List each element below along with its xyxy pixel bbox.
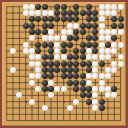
white-stone [54,42,60,48]
white-stone [23,48,29,54]
black-stone [42,54,48,60]
white-stone [111,48,117,54]
black-stone [67,73,73,79]
white-stone [48,10,54,16]
white-stone [118,42,124,48]
white-stone [29,48,35,54]
black-stone [54,16,60,22]
white-stone [48,29,54,35]
white-stone [61,54,67,60]
black-stone [48,61,54,67]
black-stone [67,67,73,73]
white-stone [92,99,98,105]
black-stone [48,54,54,60]
white-stone [54,48,60,54]
white-stone [35,86,41,92]
black-stone [48,16,54,22]
black-stone [80,54,86,60]
black-stone [86,23,92,29]
black-stone [48,67,54,73]
black-stone [111,23,117,29]
white-stone [61,29,67,35]
white-stone [99,23,105,29]
white-stone [86,73,92,79]
black-stone [73,61,79,67]
white-stone [10,67,16,73]
black-stone [35,4,41,10]
black-stone [111,35,117,41]
black-stone [42,73,48,79]
white-stone [92,92,98,98]
hoshi-point [63,25,65,27]
black-stone [42,29,48,35]
black-stone [42,16,48,22]
black-stone [35,48,41,54]
black-stone [73,54,79,60]
black-stone [92,42,98,48]
black-stone [61,61,67,67]
white-stone [118,54,124,60]
black-stone [86,35,92,41]
black-stone [92,35,98,41]
board-surface [2,2,126,126]
white-stone [92,86,98,92]
white-stone [29,73,35,79]
black-stone [48,48,54,54]
black-stone [92,23,98,29]
black-stone [61,73,67,79]
black-stone [105,42,111,48]
white-stone [23,4,29,10]
white-stone [35,73,41,79]
black-stone [92,29,98,35]
black-stone [86,42,92,48]
black-stone [99,105,105,111]
white-stone [92,105,98,111]
black-stone [80,48,86,54]
white-stone [105,10,111,16]
black-stone [67,35,73,41]
black-stone [54,61,60,67]
white-stone [99,4,105,10]
black-stone [61,48,67,54]
black-stone [86,10,92,16]
white-stone [48,35,54,41]
white-stone [54,35,60,41]
black-stone [80,80,86,86]
white-stone [10,48,16,54]
black-stone [99,99,105,105]
black-stone [48,86,54,92]
black-stone [73,48,79,54]
white-stone [61,35,67,41]
hoshi-point [25,101,27,103]
white-stone [29,61,35,67]
black-stone [61,4,67,10]
white-stone [35,67,41,73]
white-stone [99,86,105,92]
black-stone [73,86,79,92]
go-board[interactable] [0,0,128,128]
black-stone [61,10,67,16]
black-stone [48,23,54,29]
black-stone [118,16,124,22]
white-stone [99,16,105,22]
white-stone [54,86,60,92]
black-stone [80,61,86,67]
hoshi-point [25,63,27,65]
white-stone [86,48,92,54]
black-stone [73,80,79,86]
black-stone [86,92,92,98]
white-stone [99,29,105,35]
white-stone [111,4,117,10]
white-stone [105,73,111,79]
white-stone [29,80,35,86]
black-stone [73,16,79,22]
white-stone [99,42,105,48]
black-stone [73,73,79,79]
white-stone [29,10,35,16]
white-stone [111,61,117,67]
black-stone [86,4,92,10]
white-stone [105,29,111,35]
white-stone [29,35,35,41]
black-stone [42,23,48,29]
white-stone [99,80,105,86]
white-stone [105,48,111,54]
black-stone [73,4,79,10]
black-stone [73,10,79,16]
white-stone [16,92,22,98]
white-stone [67,23,73,29]
black-stone [86,67,92,73]
white-stone [105,67,111,73]
black-stone [86,99,92,105]
white-stone [105,92,111,98]
black-stone [80,23,86,29]
white-stone [92,73,98,79]
black-stone [118,23,124,29]
black-stone [54,10,60,16]
white-stone [111,92,117,98]
white-stone [73,99,79,105]
black-stone [35,29,41,35]
white-stone [86,54,92,60]
black-stone [73,29,79,35]
white-stone [99,73,105,79]
black-stone [35,42,41,48]
black-stone [86,86,92,92]
white-stone [111,29,117,35]
white-stone [48,92,54,98]
white-stone [111,42,117,48]
white-stone [42,10,48,16]
black-stone [29,29,35,35]
white-stone [99,10,105,16]
hoshi-point [63,101,65,103]
black-stone [67,10,73,16]
white-stone [42,105,48,111]
white-stone [29,4,35,10]
black-stone [42,4,48,10]
white-stone [118,29,124,35]
black-stone [42,67,48,73]
black-stone [42,42,48,48]
white-stone [99,48,105,54]
black-stone [111,86,117,92]
black-stone [42,61,48,67]
white-stone [92,67,98,73]
white-stone [29,99,35,105]
black-stone [92,10,98,16]
black-stone [61,42,67,48]
black-stone [92,16,98,22]
white-stone [99,35,105,41]
white-stone [73,23,79,29]
black-stone [29,23,35,29]
black-stone [61,67,67,73]
white-stone [67,105,73,111]
black-stone [67,16,73,22]
black-stone [61,16,67,22]
black-stone [23,23,29,29]
white-stone [118,4,124,10]
white-stone [105,54,111,60]
black-stone [48,42,54,48]
black-stone [86,61,92,67]
white-stone [67,29,73,35]
black-stone [80,42,86,48]
black-stone [80,92,86,98]
black-stone [35,16,41,22]
black-stone [92,48,98,54]
black-stone [42,80,48,86]
black-stone [67,42,73,48]
black-stone [86,16,92,22]
white-stone [105,86,111,92]
white-stone [105,35,111,41]
white-stone [99,54,105,60]
black-stone [80,10,86,16]
black-stone [111,16,117,22]
black-stone [42,86,48,92]
black-stone [73,35,79,41]
white-stone [35,54,41,60]
intersection[interactable] [117,117,123,123]
black-stone [80,73,86,79]
black-stone [80,86,86,92]
black-stone [67,80,73,86]
white-stone [35,61,41,67]
white-stone [105,4,111,10]
white-stone [118,61,124,67]
white-stone [111,10,117,16]
white-stone [92,61,98,67]
black-stone [54,67,60,73]
white-stone [48,80,54,86]
white-stone [23,10,29,16]
black-stone [73,67,79,73]
white-stone [29,54,35,60]
black-stone [67,54,73,60]
black-stone [67,61,73,67]
black-stone [80,29,86,35]
white-stone [23,42,29,48]
white-stone [42,35,48,41]
white-stone [111,67,117,73]
white-stone [92,54,98,60]
black-stone [99,61,105,67]
white-stone [61,86,67,92]
white-stone [54,54,60,60]
white-stone [86,80,92,86]
white-stone [35,10,41,16]
black-stone [48,73,54,79]
board-grid [4,4,124,124]
black-stone [54,4,60,10]
black-stone [29,16,35,22]
